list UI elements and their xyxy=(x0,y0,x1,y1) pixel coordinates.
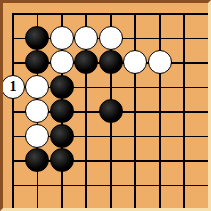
go-stone-black xyxy=(50,75,74,99)
go-stone-black xyxy=(74,50,98,74)
go-stone-white xyxy=(50,50,74,74)
go-stone-black xyxy=(50,148,74,172)
go-stone-black xyxy=(99,99,123,123)
go-stone-black xyxy=(25,50,49,74)
go-stone-black xyxy=(25,26,49,50)
go-stone-white xyxy=(99,26,123,50)
go-diagram: 1 xyxy=(0,0,211,211)
go-stone-white-move-1: 1 xyxy=(1,75,25,99)
go-stone-white xyxy=(25,99,49,123)
go-stone-white xyxy=(123,50,147,74)
go-board-stones: 1 xyxy=(1,1,211,211)
go-stone-white xyxy=(25,124,49,148)
go-stone-black xyxy=(50,124,74,148)
move-number-label: 1 xyxy=(9,79,16,93)
go-stone-white xyxy=(74,26,98,50)
go-stone-black xyxy=(99,50,123,74)
go-stone-black xyxy=(25,148,49,172)
go-stone-black xyxy=(50,99,74,123)
go-stone-white xyxy=(25,75,49,99)
go-stone-white xyxy=(148,50,172,74)
go-stone-white xyxy=(50,26,74,50)
